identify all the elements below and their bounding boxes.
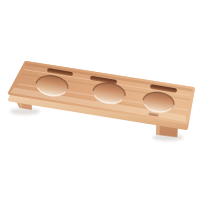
wooden-tray-scene <box>0 0 200 200</box>
product-photo <box>0 0 200 200</box>
left-foot-shadow <box>10 108 40 114</box>
